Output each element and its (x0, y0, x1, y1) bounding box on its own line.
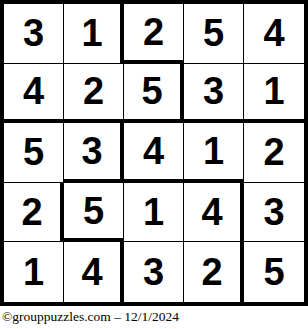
cell-r2c3: 5 (124, 64, 184, 124)
puzzle-page: 3125442531534122514314325 ©grouppuzzles.… (0, 0, 308, 329)
cell-r4c2: 5 (64, 183, 124, 243)
cell-r3c3: 4 (124, 123, 184, 183)
sudoku-board: 3125442531534122514314325 (0, 0, 308, 306)
cell-r4c3: 1 (124, 183, 184, 243)
cell-r3c2: 3 (64, 123, 124, 183)
cell-r4c1: 2 (4, 183, 64, 243)
cell-r5c2: 4 (64, 242, 124, 302)
cell-r3c5: 2 (244, 123, 304, 183)
cell-r2c1: 4 (4, 64, 64, 124)
cell-r5c3: 3 (124, 242, 184, 302)
cell-r4c4: 4 (184, 183, 244, 243)
cell-r1c5: 4 (244, 4, 304, 64)
cell-r1c3: 2 (124, 4, 184, 64)
cell-r3c1: 5 (4, 123, 64, 183)
cell-r1c2: 1 (64, 4, 124, 64)
cell-r2c2: 2 (64, 64, 124, 124)
cell-r3c4: 1 (184, 123, 244, 183)
cell-r5c4: 2 (184, 242, 244, 302)
cell-r5c1: 1 (4, 242, 64, 302)
cell-r1c1: 3 (4, 4, 64, 64)
cell-r4c5: 3 (244, 183, 304, 243)
copyright-caption: ©grouppuzzles.com – 12/1/2024 (2, 309, 179, 325)
cell-r1c4: 5 (184, 4, 244, 64)
cell-r2c4: 3 (184, 64, 244, 124)
cell-r5c5: 5 (244, 242, 304, 302)
cell-r2c5: 1 (244, 64, 304, 124)
